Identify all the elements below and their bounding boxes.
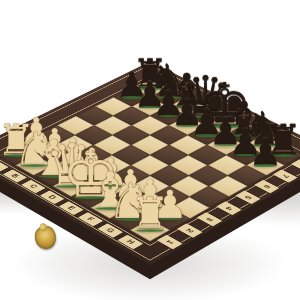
rank-label-6: 6 bbox=[253, 179, 281, 194]
rank-label-5: 5 bbox=[234, 190, 262, 205]
rank-label-3: 3 bbox=[195, 211, 223, 227]
rank-label-4: 4 bbox=[215, 200, 243, 215]
rank-label-7: 7 bbox=[271, 169, 299, 184]
chess-set-photo: ABCDEFGH 12345678 ♜♞♝♛♚♝♞♜♟♟♟♟♟♟♟♟♟♟♟♟♟♟… bbox=[0, 0, 300, 300]
rank-label-2: 2 bbox=[175, 223, 204, 239]
rank-label-1: 1 bbox=[155, 234, 184, 250]
